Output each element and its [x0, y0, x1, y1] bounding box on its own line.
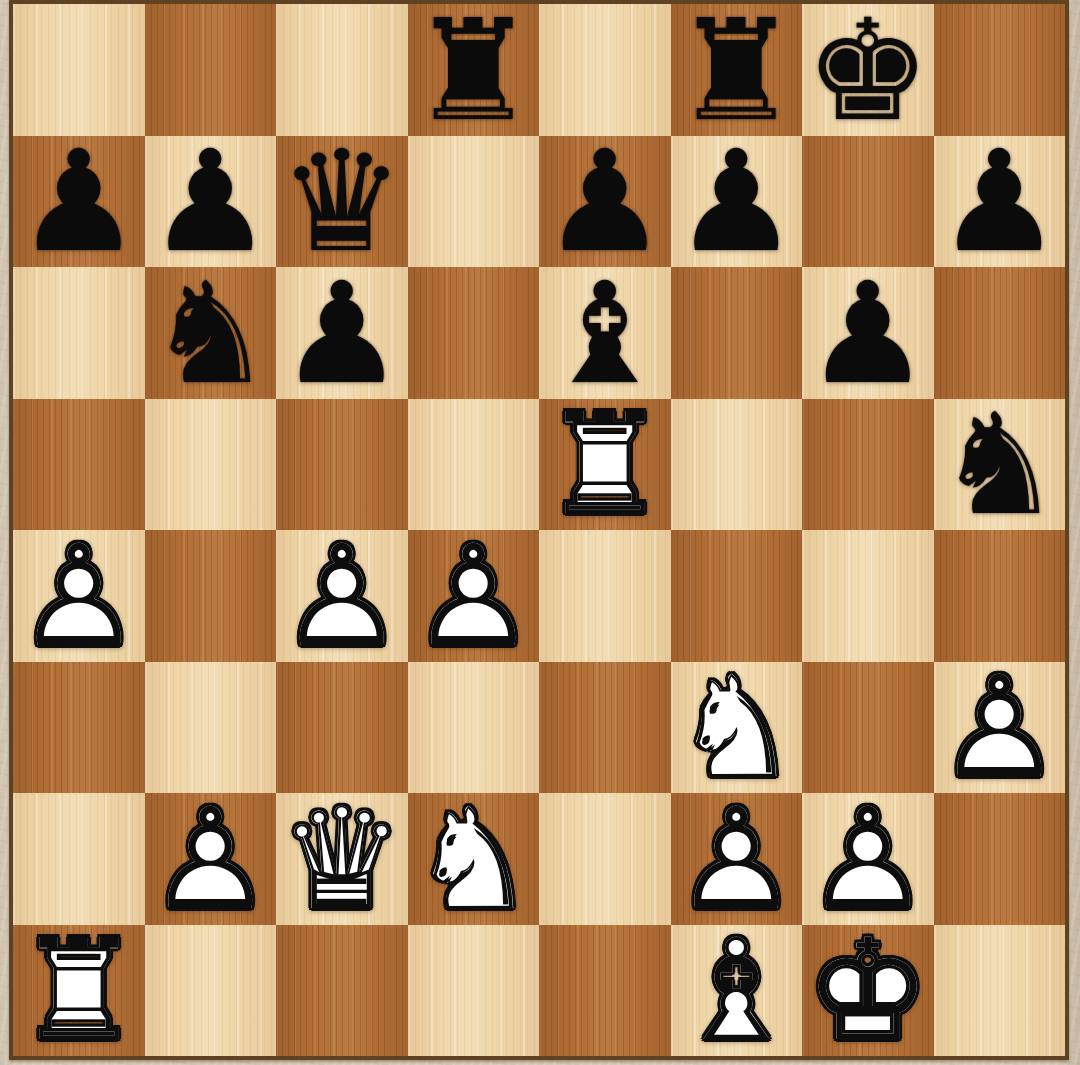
- white-knight-piece[interactable]: ♞♘: [408, 793, 540, 925]
- square-h2[interactable]: [934, 793, 1066, 925]
- square-h5[interactable]: ♞: [934, 399, 1066, 531]
- square-f7[interactable]: ♟: [671, 136, 803, 268]
- square-a6[interactable]: [13, 267, 145, 399]
- square-g5[interactable]: [802, 399, 934, 531]
- square-e6[interactable]: ♝: [539, 267, 671, 399]
- square-a1[interactable]: ♜♖: [13, 925, 145, 1057]
- white-pawn-piece[interactable]: ♟♙: [276, 530, 408, 662]
- white-pawn-piece[interactable]: ♟♙: [934, 662, 1066, 794]
- square-d2[interactable]: ♞♘: [408, 793, 540, 925]
- square-c8[interactable]: [276, 4, 408, 136]
- white-queen-piece[interactable]: ♛♕: [276, 793, 408, 925]
- white-pawn-piece[interactable]: ♟♙: [145, 793, 277, 925]
- square-c3[interactable]: [276, 662, 408, 794]
- black-pawn-piece[interactable]: ♟: [934, 136, 1066, 268]
- white-bishop-piece[interactable]: ♝♗: [671, 925, 803, 1057]
- board-frame: ♜♜♚♟♟♛♟♟♟♞♟♝♟♜♖♞♟♙♟♙♟♙♞♘♟♙♟♙♛♕♞♘♟♙♟♙♜♖♝♗…: [9, 0, 1069, 1060]
- square-g1[interactable]: ♚♔: [802, 925, 934, 1057]
- white-pawn-piece[interactable]: ♟♙: [408, 530, 540, 662]
- square-g2[interactable]: ♟♙: [802, 793, 934, 925]
- square-f4[interactable]: [671, 530, 803, 662]
- white-rook-piece[interactable]: ♜♖: [539, 399, 671, 531]
- black-pawn-piece[interactable]: ♟: [276, 267, 408, 399]
- square-e3[interactable]: [539, 662, 671, 794]
- square-b1[interactable]: [145, 925, 277, 1057]
- square-f8[interactable]: ♜: [671, 4, 803, 136]
- square-b5[interactable]: [145, 399, 277, 531]
- white-rook-piece[interactable]: ♜♖: [13, 925, 145, 1057]
- square-h8[interactable]: [934, 4, 1066, 136]
- black-knight-piece[interactable]: ♞: [145, 267, 277, 399]
- black-pawn-piece[interactable]: ♟: [145, 136, 277, 268]
- square-g8[interactable]: ♚: [802, 4, 934, 136]
- black-pawn-piece[interactable]: ♟: [671, 136, 803, 268]
- square-e4[interactable]: [539, 530, 671, 662]
- square-c7[interactable]: ♛: [276, 136, 408, 268]
- square-d3[interactable]: [408, 662, 540, 794]
- square-b6[interactable]: ♞: [145, 267, 277, 399]
- square-b8[interactable]: [145, 4, 277, 136]
- square-a2[interactable]: [13, 793, 145, 925]
- black-pawn-piece[interactable]: ♟: [13, 136, 145, 268]
- square-d7[interactable]: [408, 136, 540, 268]
- white-pawn-piece[interactable]: ♟♙: [802, 793, 934, 925]
- square-c5[interactable]: [276, 399, 408, 531]
- chess-board: ♜♜♚♟♟♛♟♟♟♞♟♝♟♜♖♞♟♙♟♙♟♙♞♘♟♙♟♙♛♕♞♘♟♙♟♙♜♖♝♗…: [13, 4, 1065, 1056]
- square-d1[interactable]: [408, 925, 540, 1057]
- white-pawn-piece[interactable]: ♟♙: [671, 793, 803, 925]
- square-a7[interactable]: ♟: [13, 136, 145, 268]
- square-h1[interactable]: [934, 925, 1066, 1057]
- square-c4[interactable]: ♟♙: [276, 530, 408, 662]
- square-e2[interactable]: [539, 793, 671, 925]
- square-b4[interactable]: [145, 530, 277, 662]
- white-knight-piece[interactable]: ♞♘: [671, 662, 803, 794]
- square-a5[interactable]: [13, 399, 145, 531]
- square-g6[interactable]: ♟: [802, 267, 934, 399]
- square-h3[interactable]: ♟♙: [934, 662, 1066, 794]
- square-d6[interactable]: [408, 267, 540, 399]
- square-c1[interactable]: [276, 925, 408, 1057]
- square-e5[interactable]: ♜♖: [539, 399, 671, 531]
- black-rook-piece[interactable]: ♜: [408, 4, 540, 136]
- square-b7[interactable]: ♟: [145, 136, 277, 268]
- square-a3[interactable]: [13, 662, 145, 794]
- square-d8[interactable]: ♜: [408, 4, 540, 136]
- square-g4[interactable]: [802, 530, 934, 662]
- square-e8[interactable]: [539, 4, 671, 136]
- page-background: { "game": "chess", "position": { "fen": …: [0, 0, 1080, 1065]
- black-pawn-piece[interactable]: ♟: [539, 136, 671, 268]
- square-b3[interactable]: [145, 662, 277, 794]
- square-b2[interactable]: ♟♙: [145, 793, 277, 925]
- square-f3[interactable]: ♞♘: [671, 662, 803, 794]
- square-d4[interactable]: ♟♙: [408, 530, 540, 662]
- square-a8[interactable]: [13, 4, 145, 136]
- black-rook-piece[interactable]: ♜: [671, 4, 803, 136]
- square-f1[interactable]: ♝♗: [671, 925, 803, 1057]
- black-pawn-piece[interactable]: ♟: [802, 267, 934, 399]
- square-g3[interactable]: [802, 662, 934, 794]
- square-h4[interactable]: [934, 530, 1066, 662]
- square-c6[interactable]: ♟: [276, 267, 408, 399]
- square-h6[interactable]: [934, 267, 1066, 399]
- square-a4[interactable]: ♟♙: [13, 530, 145, 662]
- square-d5[interactable]: [408, 399, 540, 531]
- square-c2[interactable]: ♛♕: [276, 793, 408, 925]
- black-king-piece[interactable]: ♚: [802, 4, 934, 136]
- square-g7[interactable]: [802, 136, 934, 268]
- black-bishop-piece[interactable]: ♝: [539, 267, 671, 399]
- square-e7[interactable]: ♟: [539, 136, 671, 268]
- black-queen-piece[interactable]: ♛: [276, 136, 408, 268]
- square-h7[interactable]: ♟: [934, 136, 1066, 268]
- square-e1[interactable]: [539, 925, 671, 1057]
- white-king-piece[interactable]: ♚♔: [802, 925, 934, 1057]
- white-pawn-piece[interactable]: ♟♙: [13, 530, 145, 662]
- square-f5[interactable]: [671, 399, 803, 531]
- square-f2[interactable]: ♟♙: [671, 793, 803, 925]
- square-f6[interactable]: [671, 267, 803, 399]
- black-knight-piece[interactable]: ♞: [934, 399, 1066, 531]
